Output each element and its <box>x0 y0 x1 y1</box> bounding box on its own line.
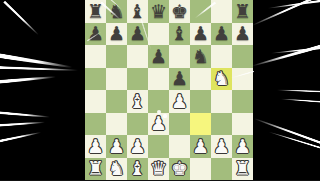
speed-line <box>0 121 45 127</box>
square-b6[interactable] <box>106 45 127 68</box>
square-f7[interactable]: ♟ <box>190 23 211 46</box>
speed-line <box>269 131 320 149</box>
piece-white-rook[interactable]: ♜ <box>234 159 251 178</box>
square-e7[interactable]: ♝ <box>169 23 190 46</box>
square-c1[interactable]: ♝ <box>127 158 148 181</box>
square-a1[interactable]: ♜ <box>85 158 106 181</box>
background: ♜♞♝♛♚♜♟♟♟♝♟♟♟♟♞♟♞♝♟♟♟♟♟♟♟♟♜♞♝♛♚♜ <box>0 0 320 180</box>
square-f6[interactable]: ♞ <box>190 45 211 68</box>
square-e5[interactable]: ♟ <box>169 68 190 91</box>
square-b1[interactable]: ♞ <box>106 158 127 181</box>
square-c3[interactable] <box>127 113 148 136</box>
square-f1[interactable] <box>190 158 211 181</box>
piece-white-bishop[interactable]: ♝ <box>129 91 146 110</box>
square-f2[interactable]: ♟ <box>190 135 211 158</box>
square-d7[interactable] <box>148 23 169 46</box>
piece-white-pawn[interactable]: ♟ <box>87 136 104 155</box>
square-c7[interactable]: ♟ <box>127 23 148 46</box>
square-a5[interactable] <box>85 68 106 91</box>
square-b4[interactable] <box>106 90 127 113</box>
square-e8[interactable]: ♚ <box>169 0 190 23</box>
square-a7[interactable]: ♟ <box>85 23 106 46</box>
square-c6[interactable] <box>127 45 148 68</box>
piece-white-knight[interactable]: ♞ <box>108 159 125 178</box>
square-g3[interactable] <box>211 113 232 136</box>
chess-board: ♜♞♝♛♚♜♟♟♟♝♟♟♟♟♞♟♞♝♟♟♟♟♟♟♟♟♜♞♝♛♚♜ <box>85 0 253 180</box>
speed-line <box>251 44 320 68</box>
piece-white-pawn[interactable]: ♟ <box>108 136 125 155</box>
square-a6[interactable] <box>85 45 106 68</box>
square-f8[interactable] <box>190 0 211 23</box>
square-c4[interactable]: ♝ <box>127 90 148 113</box>
square-h5[interactable] <box>232 68 253 91</box>
piece-white-rook[interactable]: ♜ <box>87 159 104 178</box>
square-e4[interactable]: ♟ <box>169 90 190 113</box>
speed-line <box>0 111 50 119</box>
square-h3[interactable] <box>232 113 253 136</box>
square-d4[interactable] <box>148 90 169 113</box>
square-h4[interactable] <box>232 90 253 113</box>
speed-line <box>251 0 320 27</box>
piece-black-pawn[interactable]: ♟ <box>213 24 230 43</box>
square-f5[interactable] <box>190 68 211 91</box>
speed-line <box>271 47 320 55</box>
piece-white-pawn[interactable]: ♟ <box>129 136 146 155</box>
square-b8[interactable]: ♞ <box>106 0 127 23</box>
speed-line <box>253 117 320 146</box>
square-b5[interactable] <box>106 68 127 91</box>
piece-white-pawn[interactable]: ♟ <box>213 136 230 155</box>
square-g5[interactable]: ♞ <box>211 68 232 91</box>
piece-white-bishop[interactable]: ♝ <box>129 159 146 178</box>
square-b7[interactable]: ♟ <box>106 23 127 46</box>
square-c8[interactable]: ♝ <box>127 0 148 23</box>
square-d3[interactable]: ♟ <box>148 113 169 136</box>
square-d1[interactable]: ♛ <box>148 158 169 181</box>
square-e2[interactable] <box>169 135 190 158</box>
square-d6[interactable]: ♟ <box>148 45 169 68</box>
piece-black-king[interactable]: ♚ <box>171 1 188 20</box>
square-b3[interactable] <box>106 113 127 136</box>
square-g2[interactable]: ♟ <box>211 135 232 158</box>
piece-black-pawn[interactable]: ♟ <box>108 24 125 43</box>
square-e6[interactable] <box>169 45 190 68</box>
piece-black-knight[interactable]: ♞ <box>108 1 125 20</box>
piece-black-pawn[interactable]: ♟ <box>192 24 209 43</box>
piece-black-pawn[interactable]: ♟ <box>234 24 251 43</box>
piece-white-queen[interactable]: ♛ <box>150 159 167 178</box>
square-c5[interactable] <box>127 68 148 91</box>
piece-black-queen[interactable]: ♛ <box>150 1 167 20</box>
square-h8[interactable]: ♜ <box>232 0 253 23</box>
square-f3[interactable] <box>190 113 211 136</box>
square-a4[interactable] <box>85 90 106 113</box>
square-c2[interactable]: ♟ <box>127 135 148 158</box>
piece-white-pawn[interactable]: ♟ <box>171 91 188 110</box>
speed-line <box>0 75 56 84</box>
piece-white-pawn[interactable]: ♟ <box>234 136 251 155</box>
square-e3[interactable] <box>169 113 190 136</box>
speed-line <box>3 0 40 36</box>
speed-line <box>268 0 320 9</box>
square-h7[interactable]: ♟ <box>232 23 253 46</box>
speed-line <box>0 66 78 72</box>
square-d5[interactable] <box>148 68 169 91</box>
speed-line <box>0 131 41 143</box>
square-d2[interactable] <box>148 135 169 158</box>
square-a2[interactable]: ♟ <box>85 135 106 158</box>
speed-line <box>277 89 320 93</box>
piece-white-knight[interactable]: ♞ <box>213 69 230 88</box>
square-g8[interactable] <box>211 0 232 23</box>
square-h2[interactable]: ♟ <box>232 135 253 158</box>
square-h1[interactable]: ♜ <box>232 158 253 181</box>
speed-line <box>0 53 72 70</box>
square-g6[interactable] <box>211 45 232 68</box>
square-h6[interactable] <box>232 45 253 68</box>
square-g7[interactable]: ♟ <box>211 23 232 46</box>
square-e1[interactable]: ♚ <box>169 158 190 181</box>
piece-black-pawn[interactable]: ♟ <box>171 69 188 88</box>
square-d8[interactable]: ♛ <box>148 0 169 23</box>
piece-black-bishop[interactable]: ♝ <box>129 1 146 20</box>
piece-white-pawn[interactable]: ♟ <box>192 136 209 155</box>
square-b2[interactable]: ♟ <box>106 135 127 158</box>
square-g4[interactable] <box>211 90 232 113</box>
piece-black-bishop[interactable]: ♝ <box>171 24 188 43</box>
piece-black-rook[interactable]: ♜ <box>234 1 251 20</box>
square-g1[interactable] <box>211 158 232 181</box>
square-a8[interactable]: ♜ <box>85 0 106 23</box>
piece-black-pawn[interactable]: ♟ <box>129 24 146 43</box>
piece-black-pawn[interactable]: ♟ <box>87 24 104 43</box>
piece-black-rook[interactable]: ♜ <box>87 1 104 20</box>
square-f4[interactable] <box>190 90 211 113</box>
piece-white-pawn[interactable]: ♟ <box>150 114 167 133</box>
square-a3[interactable] <box>85 113 106 136</box>
speed-line <box>281 98 320 103</box>
piece-white-king[interactable]: ♚ <box>171 159 188 178</box>
piece-black-knight[interactable]: ♞ <box>192 46 209 65</box>
piece-black-pawn[interactable]: ♟ <box>150 46 167 65</box>
